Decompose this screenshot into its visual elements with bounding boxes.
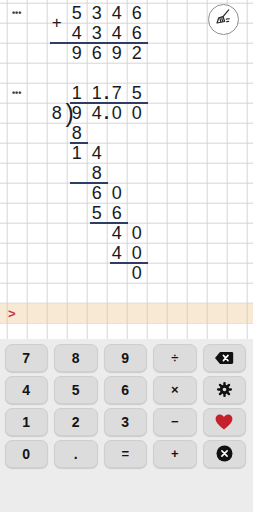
input-prompt-row[interactable]: >: [0, 304, 253, 323]
division-menu-button[interactable]: •••: [7, 83, 27, 103]
subtraction-rule-3: [90, 222, 128, 224]
worksheet-digit: 1: [67, 143, 87, 163]
worksheet-digit: 8: [67, 123, 87, 143]
close-key[interactable]: [203, 440, 247, 468]
favorite-icon: [215, 414, 233, 430]
worksheet-digit: 6: [87, 183, 107, 203]
worksheet-digit: 0: [127, 223, 147, 243]
key-9[interactable]: 9: [104, 344, 148, 372]
subtraction-rule-1: [70, 142, 88, 144]
key-subtract[interactable]: −: [153, 408, 197, 436]
quotient-rule: [70, 102, 148, 104]
worksheet-digit: 0: [127, 103, 147, 123]
backspace-icon: [214, 351, 234, 365]
key-0[interactable]: 0: [5, 440, 49, 468]
worksheet-layer: •••+534643469692•••11.758)94.00814860564…: [0, 0, 253, 339]
worksheet-digit: 5: [67, 3, 87, 23]
key-2[interactable]: 2: [54, 408, 98, 436]
worksheet-digit: 4: [107, 23, 127, 43]
key-multiply[interactable]: ×: [153, 376, 197, 404]
worksheet-digit: 9: [67, 103, 87, 123]
worksheet-digit: 0: [107, 103, 127, 123]
addition-sum-rule: [50, 42, 148, 44]
worksheet-digit: 0: [127, 243, 147, 263]
key-7[interactable]: 7: [5, 344, 49, 372]
clear-button[interactable]: [208, 4, 239, 35]
settings-icon: [216, 381, 233, 398]
worksheet-digit: 9: [107, 43, 127, 63]
key-3[interactable]: 3: [104, 408, 148, 436]
worksheet-digit: 3: [87, 23, 107, 43]
worksheet-digit: 6: [127, 3, 147, 23]
key-8[interactable]: 8: [54, 344, 98, 372]
worksheet-digit: 6: [107, 203, 127, 223]
backspace-key[interactable]: [203, 344, 247, 372]
worksheet-digit: 2: [127, 43, 147, 63]
plus-operator: +: [47, 13, 67, 33]
worksheet-digit: 6: [127, 23, 147, 43]
addition-menu-button[interactable]: •••: [7, 3, 27, 23]
settings-key[interactable]: [203, 376, 247, 404]
worksheet-digit: 9: [67, 43, 87, 63]
favorite-key[interactable]: [203, 408, 247, 436]
key-equals[interactable]: =: [104, 440, 148, 468]
subtraction-rule-4: [110, 262, 148, 264]
worksheet-digit: 6: [87, 43, 107, 63]
broom-icon: [214, 8, 233, 31]
key-5[interactable]: 5: [54, 376, 98, 404]
worksheet-digit: 4: [107, 223, 127, 243]
worksheet-digit: 7: [107, 83, 127, 103]
keypad: 789÷456×123−0.=+: [0, 339, 253, 512]
close-icon: [216, 445, 233, 462]
key-4[interactable]: 4: [5, 376, 49, 404]
worksheet-digit: 4: [107, 3, 127, 23]
prompt-caret: >: [0, 304, 16, 323]
worksheet-digit: 0: [127, 263, 147, 283]
key-divide[interactable]: ÷: [153, 344, 197, 372]
worksheet-digit: 4: [87, 143, 107, 163]
worksheet-digit: 5: [127, 83, 147, 103]
subtraction-rule-2: [70, 182, 108, 184]
worksheet-digit: 5: [87, 203, 107, 223]
key-add[interactable]: +: [153, 440, 197, 468]
worksheet-digit: 0: [107, 183, 127, 203]
key-decimal[interactable]: .: [54, 440, 98, 468]
worksheet-digit: 4: [107, 243, 127, 263]
worksheet-digit: 3: [87, 3, 107, 23]
worksheet-digit: 4: [67, 23, 87, 43]
key-6[interactable]: 6: [104, 376, 148, 404]
key-1[interactable]: 1: [5, 408, 49, 436]
app-screen: •••+534643469692•••11.758)94.00814860564…: [0, 0, 253, 512]
worksheet-digit: 8: [87, 163, 107, 183]
